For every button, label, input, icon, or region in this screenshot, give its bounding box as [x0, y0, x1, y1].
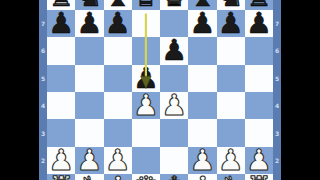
piece-black-pawn[interactable]: ♟: [75, 10, 103, 37]
square-g7[interactable]: ♟: [217, 10, 245, 37]
rank-label-1: 1: [39, 174, 47, 180]
rank-label-3: 3: [273, 119, 281, 146]
rank-label-2: 2: [39, 147, 47, 174]
square-b4[interactable]: [75, 92, 103, 119]
piece-white-pawn[interactable]: ♟: [132, 92, 160, 119]
square-e3[interactable]: [160, 119, 188, 146]
rank-label-7: 7: [273, 10, 281, 37]
piece-white-queen[interactable]: ♛: [132, 174, 160, 180]
rank-label-5: 5: [39, 65, 47, 92]
square-a7[interactable]: ♟: [47, 10, 75, 37]
rank-coordinates-right: 87654321: [273, 0, 281, 180]
square-f6[interactable]: [188, 37, 216, 64]
square-f4[interactable]: [188, 92, 216, 119]
rank-label-5: 5: [273, 65, 281, 92]
chess-board-screenshot: 87654321 ♜♞♝♛♚♝♞♜♟♟♟♟♟♟♟♟♟♟♟♟♟♟♟♟♜♞♝♛♚♝♞…: [0, 0, 320, 180]
rank-coordinates-left: 87654321: [39, 0, 47, 180]
square-e6[interactable]: ♟: [160, 37, 188, 64]
square-c1[interactable]: ♝: [104, 174, 132, 180]
square-h5[interactable]: [245, 65, 273, 92]
square-h1[interactable]: ♜: [245, 174, 273, 180]
piece-white-knight[interactable]: ♞: [75, 174, 103, 180]
square-a5[interactable]: [47, 65, 75, 92]
piece-black-pawn[interactable]: ♟: [245, 10, 273, 37]
square-g4[interactable]: [217, 92, 245, 119]
rank-label-1: 1: [273, 174, 281, 180]
square-e4[interactable]: ♟: [160, 92, 188, 119]
rank-label-3: 3: [39, 119, 47, 146]
square-e1[interactable]: ♚: [160, 174, 188, 180]
squares: ♜♞♝♛♚♝♞♜♟♟♟♟♟♟♟♟♟♟♟♟♟♟♟♟♜♞♝♛♚♝♞♜: [47, 0, 273, 180]
piece-white-pawn[interactable]: ♟: [160, 92, 188, 119]
square-d7[interactable]: [132, 10, 160, 37]
square-c7[interactable]: ♟: [104, 10, 132, 37]
square-a4[interactable]: [47, 92, 75, 119]
piece-black-pawn[interactable]: ♟: [188, 10, 216, 37]
square-f1[interactable]: ♝: [188, 174, 216, 180]
piece-black-king[interactable]: ♚: [160, 0, 188, 10]
square-b6[interactable]: [75, 37, 103, 64]
square-g6[interactable]: [217, 37, 245, 64]
square-g5[interactable]: [217, 65, 245, 92]
piece-white-rook[interactable]: ♜: [245, 174, 273, 180]
rank-label-8: 8: [39, 0, 47, 10]
square-d8[interactable]: ♛: [132, 0, 160, 10]
square-d3[interactable]: [132, 119, 160, 146]
rank-label-8: 8: [273, 0, 281, 10]
rank-label-2: 2: [273, 147, 281, 174]
square-b5[interactable]: [75, 65, 103, 92]
rank-label-6: 6: [273, 37, 281, 64]
piece-black-pawn[interactable]: ♟: [160, 37, 188, 64]
piece-black-pawn[interactable]: ♟: [47, 10, 75, 37]
piece-white-rook[interactable]: ♜: [47, 174, 75, 180]
square-h6[interactable]: [245, 37, 273, 64]
rank-label-4: 4: [39, 92, 47, 119]
square-g1[interactable]: ♞: [217, 174, 245, 180]
piece-white-king[interactable]: ♚: [160, 174, 188, 180]
square-h7[interactable]: ♟: [245, 10, 273, 37]
piece-black-pawn[interactable]: ♟: [217, 10, 245, 37]
square-e8[interactable]: ♚: [160, 0, 188, 10]
piece-black-queen[interactable]: ♛: [132, 0, 160, 10]
square-d1[interactable]: ♛: [132, 174, 160, 180]
square-a1[interactable]: ♜: [47, 174, 75, 180]
piece-white-bishop[interactable]: ♝: [104, 174, 132, 180]
chess-board: 87654321 ♜♞♝♛♚♝♞♜♟♟♟♟♟♟♟♟♟♟♟♟♟♟♟♟♜♞♝♛♚♝♞…: [39, 0, 281, 180]
piece-white-knight[interactable]: ♞: [217, 174, 245, 180]
square-c5[interactable]: [104, 65, 132, 92]
piece-black-pawn[interactable]: ♟: [104, 10, 132, 37]
square-c6[interactable]: [104, 37, 132, 64]
piece-white-bishop[interactable]: ♝: [188, 174, 216, 180]
square-b7[interactable]: ♟: [75, 10, 103, 37]
rank-label-7: 7: [39, 10, 47, 37]
square-f7[interactable]: ♟: [188, 10, 216, 37]
square-b1[interactable]: ♞: [75, 174, 103, 180]
square-h4[interactable]: [245, 92, 273, 119]
square-f5[interactable]: [188, 65, 216, 92]
square-c4[interactable]: [104, 92, 132, 119]
square-d4[interactable]: ♟: [132, 92, 160, 119]
square-a6[interactable]: [47, 37, 75, 64]
rank-label-4: 4: [273, 92, 281, 119]
rank-label-6: 6: [39, 37, 47, 64]
